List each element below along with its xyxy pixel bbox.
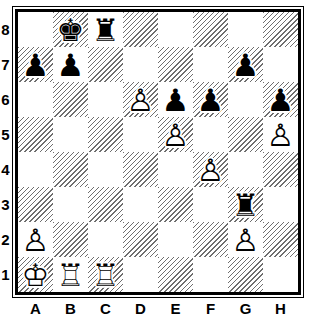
square-h5[interactable]: ♟♙ [263, 117, 298, 152]
file-label-f: F [193, 298, 228, 318]
square-a1[interactable]: ♚♔ [18, 257, 53, 292]
square-g5[interactable] [228, 117, 263, 152]
square-f7[interactable] [193, 47, 228, 82]
square-a4[interactable] [18, 152, 53, 187]
piece-black-pawn[interactable]: ♟ [193, 82, 228, 117]
square-d4[interactable] [123, 152, 158, 187]
square-g7[interactable]: ♟ [228, 47, 263, 82]
piece-black-pawn[interactable]: ♟ [263, 82, 298, 117]
square-b4[interactable] [53, 152, 88, 187]
file-label-g: G [228, 298, 263, 318]
square-a8[interactable] [18, 12, 53, 47]
square-d1[interactable] [123, 257, 158, 292]
piece-white-pawn[interactable]: ♙ [158, 117, 193, 152]
square-d6[interactable]: ♟♙ [123, 82, 158, 117]
file-label-c: C [88, 298, 123, 318]
chess-diagram: 87654321 ♚♜♟♟♟♟♙♟♟♟♟♙♟♙♟♙♜♟♙♟♙♚♔♜♖♜♖ ABC… [0, 0, 314, 320]
file-label-h: H [263, 298, 298, 318]
rank-label-8: 8 [0, 12, 11, 47]
square-e2[interactable] [158, 222, 193, 257]
square-b7[interactable]: ♟ [53, 47, 88, 82]
file-labels: ABCDEFGH [18, 298, 298, 318]
square-f4[interactable]: ♟♙ [193, 152, 228, 187]
piece-white-king[interactable]: ♔ [18, 257, 53, 292]
square-g4[interactable] [228, 152, 263, 187]
rank-label-4: 4 [0, 152, 11, 187]
square-h6[interactable]: ♟ [263, 82, 298, 117]
square-h2[interactable] [263, 222, 298, 257]
square-d5[interactable] [123, 117, 158, 152]
square-b1[interactable]: ♜♖ [53, 257, 88, 292]
rank-label-5: 5 [0, 117, 11, 152]
file-label-b: B [53, 298, 88, 318]
square-c6[interactable] [88, 82, 123, 117]
piece-white-pawn[interactable]: ♙ [18, 222, 53, 257]
square-d3[interactable] [123, 187, 158, 222]
square-g3[interactable]: ♜ [228, 187, 263, 222]
square-c7[interactable] [88, 47, 123, 82]
square-e7[interactable] [158, 47, 193, 82]
square-e4[interactable] [158, 152, 193, 187]
square-g8[interactable] [228, 12, 263, 47]
rank-label-1: 1 [0, 257, 11, 292]
square-b6[interactable] [53, 82, 88, 117]
file-label-d: D [123, 298, 158, 318]
rank-label-7: 7 [0, 47, 11, 82]
file-label-e: E [158, 298, 193, 318]
square-b2[interactable] [53, 222, 88, 257]
square-f6[interactable]: ♟ [193, 82, 228, 117]
square-h8[interactable] [263, 12, 298, 47]
piece-black-rook[interactable]: ♜ [88, 12, 123, 47]
square-e5[interactable]: ♟♙ [158, 117, 193, 152]
square-g2[interactable]: ♟♙ [228, 222, 263, 257]
square-c2[interactable] [88, 222, 123, 257]
square-h1[interactable] [263, 257, 298, 292]
square-h3[interactable] [263, 187, 298, 222]
piece-white-pawn[interactable]: ♙ [228, 222, 263, 257]
rank-labels: 87654321 [0, 12, 11, 292]
square-a5[interactable] [18, 117, 53, 152]
board-frame: ♚♜♟♟♟♟♙♟♟♟♟♙♟♙♟♙♜♟♙♟♙♚♔♜♖♜♖ [12, 6, 304, 298]
piece-white-rook[interactable]: ♖ [53, 257, 88, 292]
square-f5[interactable] [193, 117, 228, 152]
square-b8[interactable]: ♚ [53, 12, 88, 47]
square-d2[interactable] [123, 222, 158, 257]
square-b5[interactable] [53, 117, 88, 152]
square-g1[interactable] [228, 257, 263, 292]
square-c3[interactable] [88, 187, 123, 222]
piece-white-pawn[interactable]: ♙ [263, 117, 298, 152]
square-f1[interactable] [193, 257, 228, 292]
square-f3[interactable] [193, 187, 228, 222]
file-label-a: A [18, 298, 53, 318]
square-d8[interactable] [123, 12, 158, 47]
square-h7[interactable] [263, 47, 298, 82]
rank-label-2: 2 [0, 222, 11, 257]
square-f8[interactable] [193, 12, 228, 47]
square-d7[interactable] [123, 47, 158, 82]
square-c5[interactable] [88, 117, 123, 152]
square-a3[interactable] [18, 187, 53, 222]
piece-black-pawn[interactable]: ♟ [158, 82, 193, 117]
piece-white-pawn[interactable]: ♙ [193, 152, 228, 187]
square-b3[interactable] [53, 187, 88, 222]
square-g6[interactable] [228, 82, 263, 117]
piece-black-pawn[interactable]: ♟ [53, 47, 88, 82]
square-c8[interactable]: ♜ [88, 12, 123, 47]
piece-white-pawn[interactable]: ♙ [123, 82, 158, 117]
square-a7[interactable]: ♟ [18, 47, 53, 82]
square-f2[interactable] [193, 222, 228, 257]
square-e8[interactable] [158, 12, 193, 47]
piece-black-rook[interactable]: ♜ [228, 187, 263, 222]
square-c4[interactable] [88, 152, 123, 187]
square-a2[interactable]: ♟♙ [18, 222, 53, 257]
piece-black-king[interactable]: ♚ [53, 12, 88, 47]
square-e3[interactable] [158, 187, 193, 222]
piece-black-pawn[interactable]: ♟ [228, 47, 263, 82]
piece-white-rook[interactable]: ♖ [88, 257, 123, 292]
square-h4[interactable] [263, 152, 298, 187]
square-a6[interactable] [18, 82, 53, 117]
board: ♚♜♟♟♟♟♙♟♟♟♟♙♟♙♟♙♜♟♙♟♙♚♔♜♖♜♖ [15, 9, 301, 295]
rank-label-6: 6 [0, 82, 11, 117]
piece-black-pawn[interactable]: ♟ [18, 47, 53, 82]
rank-label-3: 3 [0, 187, 11, 222]
square-c1[interactable]: ♜♖ [88, 257, 123, 292]
square-e1[interactable] [158, 257, 193, 292]
square-e6[interactable]: ♟ [158, 82, 193, 117]
